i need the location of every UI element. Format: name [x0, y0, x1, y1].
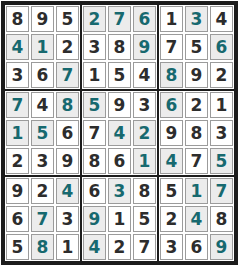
box-1-3: 134756892	[159, 5, 234, 89]
cell-r2c1[interactable]: 4	[6, 34, 29, 60]
cell-r1c1[interactable]: 8	[6, 6, 29, 32]
cell-r6c3[interactable]: 9	[56, 148, 79, 174]
cell-r6c1[interactable]: 2	[6, 148, 29, 174]
cell-r5c9[interactable]: 3	[210, 120, 233, 146]
cell-r2c4[interactable]: 3	[83, 34, 106, 60]
cell-r6c6[interactable]: 1	[133, 148, 156, 174]
cell-r4c6[interactable]: 3	[133, 92, 156, 118]
box-1-1: 895412367	[5, 5, 80, 89]
cell-r2c2[interactable]: 1	[31, 34, 54, 60]
cell-r3c7[interactable]: 8	[160, 62, 183, 88]
cell-r1c6[interactable]: 6	[133, 6, 156, 32]
cell-r4c5[interactable]: 9	[108, 92, 131, 118]
cell-r3c2[interactable]: 6	[31, 62, 54, 88]
cell-r7c5[interactable]: 3	[108, 178, 131, 204]
cell-r5c6[interactable]: 2	[133, 120, 156, 146]
cell-r5c2[interactable]: 5	[31, 120, 54, 146]
cell-r4c8[interactable]: 2	[185, 92, 208, 118]
cell-r1c3[interactable]: 5	[56, 6, 79, 32]
cell-r4c4[interactable]: 5	[83, 92, 106, 118]
cell-r7c4[interactable]: 6	[83, 178, 106, 204]
cell-r2c3[interactable]: 2	[56, 34, 79, 60]
cell-r8c6[interactable]: 5	[133, 206, 156, 232]
cell-r2c5[interactable]: 8	[108, 34, 131, 60]
cell-r8c2[interactable]: 7	[31, 206, 54, 232]
cell-r4c2[interactable]: 4	[31, 92, 54, 118]
cell-r1c7[interactable]: 1	[160, 6, 183, 32]
cell-r4c3[interactable]: 8	[56, 92, 79, 118]
cell-r3c5[interactable]: 5	[108, 62, 131, 88]
cell-r8c3[interactable]: 3	[56, 206, 79, 232]
sudoku-page: 8954123672763891541347568927481562395937…	[0, 0, 240, 265]
cell-r8c8[interactable]: 4	[185, 206, 208, 232]
cell-r9c8[interactable]: 6	[185, 234, 208, 260]
cell-r6c2[interactable]: 3	[31, 148, 54, 174]
cell-r5c1[interactable]: 1	[6, 120, 29, 146]
cell-r2c6[interactable]: 9	[133, 34, 156, 60]
cell-r7c1[interactable]: 9	[6, 178, 29, 204]
cell-r5c5[interactable]: 4	[108, 120, 131, 146]
cell-r7c6[interactable]: 8	[133, 178, 156, 204]
cell-r9c4[interactable]: 4	[83, 234, 106, 260]
cell-r5c3[interactable]: 6	[56, 120, 79, 146]
cell-r3c1[interactable]: 3	[6, 62, 29, 88]
cell-r3c9[interactable]: 2	[210, 62, 233, 88]
cell-r9c7[interactable]: 3	[160, 234, 183, 260]
cell-r5c8[interactable]: 8	[185, 120, 208, 146]
cell-r9c2[interactable]: 8	[31, 234, 54, 260]
sudoku-board: 8954123672763891541347568927481562395937…	[1, 1, 238, 265]
cell-r1c4[interactable]: 2	[83, 6, 106, 32]
cell-r7c7[interactable]: 5	[160, 178, 183, 204]
cell-r9c1[interactable]: 5	[6, 234, 29, 260]
cell-r1c8[interactable]: 3	[185, 6, 208, 32]
box-3-3: 517248369	[159, 177, 234, 261]
cell-r4c1[interactable]: 7	[6, 92, 29, 118]
cell-r6c9[interactable]: 5	[210, 148, 233, 174]
cell-r7c3[interactable]: 4	[56, 178, 79, 204]
cell-r6c5[interactable]: 6	[108, 148, 131, 174]
cell-r5c7[interactable]: 9	[160, 120, 183, 146]
cell-r1c5[interactable]: 7	[108, 6, 131, 32]
cell-r5c4[interactable]: 7	[83, 120, 106, 146]
box-2-2: 593742861	[82, 91, 157, 175]
cell-r2c8[interactable]: 5	[185, 34, 208, 60]
cell-r2c7[interactable]: 7	[160, 34, 183, 60]
cell-r7c2[interactable]: 2	[31, 178, 54, 204]
cell-r3c4[interactable]: 1	[83, 62, 106, 88]
cell-r3c6[interactable]: 4	[133, 62, 156, 88]
box-1-2: 276389154	[82, 5, 157, 89]
cell-r7c8[interactable]: 1	[185, 178, 208, 204]
cell-r8c9[interactable]: 8	[210, 206, 233, 232]
cell-r2c9[interactable]: 6	[210, 34, 233, 60]
cell-r3c8[interactable]: 9	[185, 62, 208, 88]
cell-r3c3[interactable]: 7	[56, 62, 79, 88]
cell-r4c7[interactable]: 6	[160, 92, 183, 118]
box-3-2: 638915427	[82, 177, 157, 261]
cell-r7c9[interactable]: 7	[210, 178, 233, 204]
cell-r9c9[interactable]: 9	[210, 234, 233, 260]
cell-r8c5[interactable]: 1	[108, 206, 131, 232]
cell-r6c4[interactable]: 8	[83, 148, 106, 174]
cell-r1c2[interactable]: 9	[31, 6, 54, 32]
cell-r6c8[interactable]: 7	[185, 148, 208, 174]
cell-r8c7[interactable]: 2	[160, 206, 183, 232]
box-2-1: 748156239	[5, 91, 80, 175]
cell-r4c9[interactable]: 1	[210, 92, 233, 118]
cell-r6c7[interactable]: 4	[160, 148, 183, 174]
box-2-3: 621983475	[159, 91, 234, 175]
cell-r9c6[interactable]: 7	[133, 234, 156, 260]
cell-r8c1[interactable]: 6	[6, 206, 29, 232]
cell-r8c4[interactable]: 9	[83, 206, 106, 232]
cell-r9c5[interactable]: 2	[108, 234, 131, 260]
box-3-1: 924673581	[5, 177, 80, 261]
cell-r9c3[interactable]: 1	[56, 234, 79, 260]
cell-r1c9[interactable]: 4	[210, 6, 233, 32]
